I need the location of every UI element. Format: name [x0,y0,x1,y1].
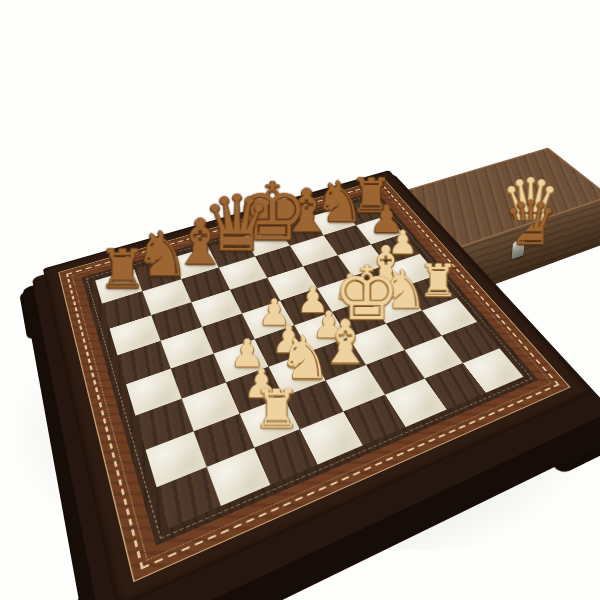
chess-set-photo: ♛ ♛ ♜♞♝♛♚♝♞♜♟♟♟♟♟♝♟♟♟♚♞♜♟♞♝♜ [0,0,600,600]
black-rook[interactable]: ♜ [98,245,146,296]
square-b3[interactable] [182,382,240,431]
black-spare-queen[interactable]: ♛ [503,193,558,220]
square-e1[interactable] [343,395,405,446]
square-h3[interactable] [422,298,477,336]
stage: ♛ ♛ ♜♞♝♛♚♝♞♜♟♟♟♟♟♝♟♟♟♚♞♜♟♞♝♜ [0,0,600,600]
square-a7[interactable] [102,291,151,328]
square-c2[interactable]: ♜ [240,397,300,448]
square-a1[interactable] [157,467,221,528]
square-f1[interactable] [385,379,447,427]
square-a8[interactable]: ♜ [95,269,142,304]
square-b1[interactable] [207,448,271,506]
white-rook[interactable]: ♜ [252,385,300,436]
square-c1[interactable] [254,429,317,485]
